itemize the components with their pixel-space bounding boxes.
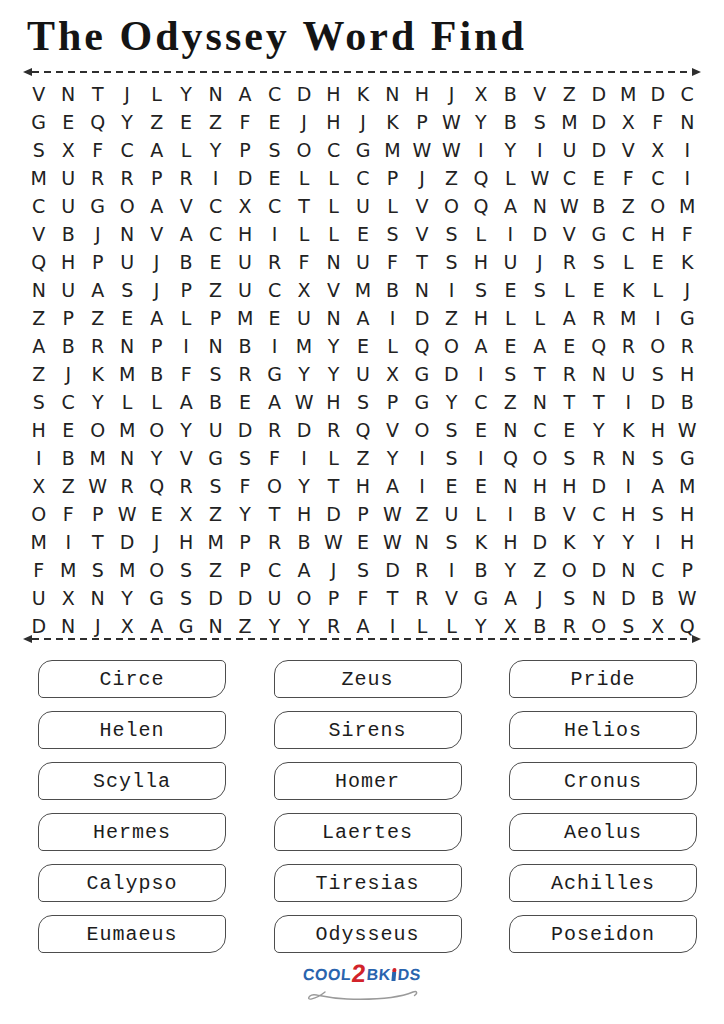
grid-cell-r5c3[interactable]: G bbox=[83, 192, 112, 220]
grid-cell-r18c5[interactable]: O bbox=[142, 556, 171, 584]
grid-cell-r5c16[interactable]: Q bbox=[466, 192, 495, 220]
grid-cell-r17c5[interactable]: J bbox=[142, 528, 171, 556]
grid-cell-r6c7[interactable]: C bbox=[201, 220, 230, 248]
grid-cell-r20c10[interactable]: Y bbox=[289, 612, 318, 640]
grid-cell-r8c6[interactable]: P bbox=[171, 276, 200, 304]
grid-cell-r18c14[interactable]: R bbox=[407, 556, 436, 584]
grid-cell-r12c2[interactable]: C bbox=[53, 388, 82, 416]
grid-cell-r18c22[interactable]: C bbox=[643, 556, 672, 584]
grid-cell-r12c21[interactable]: I bbox=[614, 388, 643, 416]
grid-cell-r16c16[interactable]: L bbox=[466, 500, 495, 528]
grid-cell-r4c11[interactable]: L bbox=[319, 164, 348, 192]
grid-cell-r19c11[interactable]: P bbox=[319, 584, 348, 612]
grid-cell-r3c3[interactable]: F bbox=[83, 136, 112, 164]
grid-cell-r17c17[interactable]: H bbox=[496, 528, 525, 556]
grid-cell-r14c1[interactable]: I bbox=[24, 444, 53, 472]
grid-cell-r6c20[interactable]: G bbox=[584, 220, 613, 248]
grid-cell-r6c12[interactable]: E bbox=[348, 220, 377, 248]
grid-cell-r15c12[interactable]: H bbox=[348, 472, 377, 500]
grid-cell-r18c10[interactable]: A bbox=[289, 556, 318, 584]
grid-cell-r2c5[interactable]: Z bbox=[142, 108, 171, 136]
grid-cell-r9c9[interactable]: E bbox=[260, 304, 289, 332]
grid-cell-r10c14[interactable]: Q bbox=[407, 332, 436, 360]
grid-cell-r14c23[interactable]: G bbox=[673, 444, 702, 472]
grid-cell-r17c23[interactable]: H bbox=[673, 528, 702, 556]
grid-cell-r19c5[interactable]: G bbox=[142, 584, 171, 612]
grid-cell-r5c13[interactable]: L bbox=[378, 192, 407, 220]
grid-cell-r16c10[interactable]: H bbox=[289, 500, 318, 528]
grid-cell-r8c11[interactable]: V bbox=[319, 276, 348, 304]
grid-cell-r16c13[interactable]: W bbox=[378, 500, 407, 528]
grid-cell-r8c16[interactable]: S bbox=[466, 276, 495, 304]
grid-cell-r7c17[interactable]: U bbox=[496, 248, 525, 276]
grid-cell-r5c17[interactable]: A bbox=[496, 192, 525, 220]
grid-cell-r13c18[interactable]: C bbox=[525, 416, 554, 444]
grid-cell-r8c7[interactable]: Z bbox=[201, 276, 230, 304]
grid-cell-r14c15[interactable]: S bbox=[437, 444, 466, 472]
grid-cell-r8c9[interactable]: C bbox=[260, 276, 289, 304]
grid-cell-r16c2[interactable]: F bbox=[53, 500, 82, 528]
grid-cell-r12c17[interactable]: Z bbox=[496, 388, 525, 416]
grid-cell-r7c3[interactable]: P bbox=[83, 248, 112, 276]
grid-cell-r19c6[interactable]: S bbox=[171, 584, 200, 612]
grid-cell-r4c16[interactable]: Q bbox=[466, 164, 495, 192]
grid-cell-r11c5[interactable]: B bbox=[142, 360, 171, 388]
grid-cell-r9c6[interactable]: L bbox=[171, 304, 200, 332]
grid-cell-r10c7[interactable]: N bbox=[201, 332, 230, 360]
grid-cell-r19c1[interactable]: U bbox=[24, 584, 53, 612]
grid-cell-r14c6[interactable]: V bbox=[171, 444, 200, 472]
grid-cell-r15c14[interactable]: I bbox=[407, 472, 436, 500]
grid-cell-r14c5[interactable]: Y bbox=[142, 444, 171, 472]
grid-cell-r5c10[interactable]: T bbox=[289, 192, 318, 220]
grid-cell-r17c7[interactable]: M bbox=[201, 528, 230, 556]
grid-cell-r9c17[interactable]: L bbox=[496, 304, 525, 332]
grid-cell-r9c21[interactable]: M bbox=[614, 304, 643, 332]
grid-cell-r3c20[interactable]: D bbox=[584, 136, 613, 164]
grid-cell-r16c15[interactable]: U bbox=[437, 500, 466, 528]
grid-cell-r6c21[interactable]: C bbox=[614, 220, 643, 248]
grid-cell-r1c15[interactable]: J bbox=[437, 80, 466, 108]
grid-cell-r11c10[interactable]: Y bbox=[289, 360, 318, 388]
grid-cell-r1c2[interactable]: N bbox=[53, 80, 82, 108]
grid-cell-r19c13[interactable]: T bbox=[378, 584, 407, 612]
grid-cell-r18c6[interactable]: S bbox=[171, 556, 200, 584]
grid-cell-r2c21[interactable]: X bbox=[614, 108, 643, 136]
grid-cell-r18c8[interactable]: P bbox=[230, 556, 259, 584]
grid-cell-r13c13[interactable]: V bbox=[378, 416, 407, 444]
grid-cell-r17c6[interactable]: H bbox=[171, 528, 200, 556]
grid-cell-r9c7[interactable]: P bbox=[201, 304, 230, 332]
grid-cell-r20c8[interactable]: Z bbox=[230, 612, 259, 640]
grid-cell-r2c4[interactable]: Y bbox=[112, 108, 141, 136]
grid-cell-r20c16[interactable]: Y bbox=[466, 612, 495, 640]
grid-cell-r12c7[interactable]: B bbox=[201, 388, 230, 416]
grid-cell-r14c3[interactable]: M bbox=[83, 444, 112, 472]
grid-cell-r2c7[interactable]: Z bbox=[201, 108, 230, 136]
grid-cell-r13c11[interactable]: R bbox=[319, 416, 348, 444]
grid-cell-r3c12[interactable]: G bbox=[348, 136, 377, 164]
grid-cell-r1c6[interactable]: Y bbox=[171, 80, 200, 108]
grid-cell-r5c21[interactable]: Z bbox=[614, 192, 643, 220]
grid-cell-r16c5[interactable]: E bbox=[142, 500, 171, 528]
grid-cell-r19c18[interactable]: J bbox=[525, 584, 554, 612]
grid-cell-r10c16[interactable]: A bbox=[466, 332, 495, 360]
grid-cell-r20c9[interactable]: Y bbox=[260, 612, 289, 640]
grid-cell-r11c19[interactable]: R bbox=[555, 360, 584, 388]
grid-cell-r17c3[interactable]: T bbox=[83, 528, 112, 556]
grid-cell-r17c4[interactable]: D bbox=[112, 528, 141, 556]
grid-cell-r14c14[interactable]: I bbox=[407, 444, 436, 472]
grid-cell-r9c5[interactable]: A bbox=[142, 304, 171, 332]
grid-cell-r1c3[interactable]: T bbox=[83, 80, 112, 108]
grid-cell-r3c15[interactable]: W bbox=[437, 136, 466, 164]
grid-cell-r8c10[interactable]: X bbox=[289, 276, 318, 304]
grid-cell-r16c4[interactable]: W bbox=[112, 500, 141, 528]
grid-cell-r10c8[interactable]: B bbox=[230, 332, 259, 360]
grid-cell-r15c2[interactable]: Z bbox=[53, 472, 82, 500]
grid-cell-r1c11[interactable]: H bbox=[319, 80, 348, 108]
grid-cell-r17c15[interactable]: S bbox=[437, 528, 466, 556]
grid-cell-r2c17[interactable]: B bbox=[496, 108, 525, 136]
grid-cell-r19c4[interactable]: Y bbox=[112, 584, 141, 612]
grid-cell-r20c5[interactable]: A bbox=[142, 612, 171, 640]
grid-cell-r10c22[interactable]: O bbox=[643, 332, 672, 360]
grid-cell-r14c4[interactable]: N bbox=[112, 444, 141, 472]
grid-cell-r11c23[interactable]: H bbox=[673, 360, 702, 388]
grid-cell-r7c7[interactable]: E bbox=[201, 248, 230, 276]
grid-cell-r1c8[interactable]: A bbox=[230, 80, 259, 108]
grid-cell-r2c13[interactable]: K bbox=[378, 108, 407, 136]
grid-cell-r3c11[interactable]: C bbox=[319, 136, 348, 164]
grid-cell-r20c20[interactable]: O bbox=[584, 612, 613, 640]
grid-cell-r19c20[interactable]: N bbox=[584, 584, 613, 612]
grid-cell-r4c10[interactable]: L bbox=[289, 164, 318, 192]
grid-cell-r9c15[interactable]: Z bbox=[437, 304, 466, 332]
grid-cell-r12c8[interactable]: E bbox=[230, 388, 259, 416]
grid-cell-r7c9[interactable]: R bbox=[260, 248, 289, 276]
grid-cell-r19c15[interactable]: V bbox=[437, 584, 466, 612]
grid-cell-r4c22[interactable]: C bbox=[643, 164, 672, 192]
grid-cell-r5c6[interactable]: V bbox=[171, 192, 200, 220]
grid-cell-r15c6[interactable]: R bbox=[171, 472, 200, 500]
grid-cell-r7c18[interactable]: J bbox=[525, 248, 554, 276]
grid-cell-r19c23[interactable]: W bbox=[673, 584, 702, 612]
grid-cell-r16c6[interactable]: X bbox=[171, 500, 200, 528]
grid-cell-r16c21[interactable]: H bbox=[614, 500, 643, 528]
grid-cell-r17c1[interactable]: M bbox=[24, 528, 53, 556]
grid-cell-r14c22[interactable]: S bbox=[643, 444, 672, 472]
grid-cell-r3c8[interactable]: P bbox=[230, 136, 259, 164]
grid-cell-r8c4[interactable]: S bbox=[112, 276, 141, 304]
grid-cell-r4c6[interactable]: R bbox=[171, 164, 200, 192]
grid-cell-r3c21[interactable]: V bbox=[614, 136, 643, 164]
grid-cell-r11c11[interactable]: Y bbox=[319, 360, 348, 388]
grid-cell-r18c3[interactable]: S bbox=[83, 556, 112, 584]
grid-cell-r6c19[interactable]: V bbox=[555, 220, 584, 248]
grid-cell-r6c4[interactable]: N bbox=[112, 220, 141, 248]
grid-cell-r8c13[interactable]: B bbox=[378, 276, 407, 304]
grid-cell-r18c1[interactable]: F bbox=[24, 556, 53, 584]
grid-cell-r11c15[interactable]: D bbox=[437, 360, 466, 388]
grid-cell-r4c14[interactable]: J bbox=[407, 164, 436, 192]
grid-cell-r3c13[interactable]: M bbox=[378, 136, 407, 164]
grid-cell-r10c19[interactable]: E bbox=[555, 332, 584, 360]
grid-cell-r9c18[interactable]: L bbox=[525, 304, 554, 332]
grid-cell-r15c15[interactable]: E bbox=[437, 472, 466, 500]
grid-cell-r8c12[interactable]: M bbox=[348, 276, 377, 304]
grid-cell-r13c16[interactable]: E bbox=[466, 416, 495, 444]
grid-cell-r1c14[interactable]: H bbox=[407, 80, 436, 108]
grid-cell-r8c22[interactable]: L bbox=[643, 276, 672, 304]
grid-cell-r20c12[interactable]: A bbox=[348, 612, 377, 640]
grid-cell-r8c1[interactable]: N bbox=[24, 276, 53, 304]
grid-cell-r8c18[interactable]: S bbox=[525, 276, 554, 304]
grid-cell-r3c10[interactable]: O bbox=[289, 136, 318, 164]
grid-cell-r13c10[interactable]: D bbox=[289, 416, 318, 444]
grid-cell-r13c6[interactable]: Y bbox=[171, 416, 200, 444]
grid-cell-r5c20[interactable]: B bbox=[584, 192, 613, 220]
grid-cell-r2c15[interactable]: W bbox=[437, 108, 466, 136]
grid-cell-r15c23[interactable]: M bbox=[673, 472, 702, 500]
grid-cell-r8c5[interactable]: J bbox=[142, 276, 171, 304]
grid-cell-r4c8[interactable]: D bbox=[230, 164, 259, 192]
grid-cell-r11c4[interactable]: M bbox=[112, 360, 141, 388]
grid-cell-r2c1[interactable]: G bbox=[24, 108, 53, 136]
grid-cell-r20c13[interactable]: I bbox=[378, 612, 407, 640]
grid-cell-r1c1[interactable]: V bbox=[24, 80, 53, 108]
grid-cell-r17c10[interactable]: B bbox=[289, 528, 318, 556]
grid-cell-r10c3[interactable]: R bbox=[83, 332, 112, 360]
grid-cell-r7c4[interactable]: U bbox=[112, 248, 141, 276]
grid-cell-r10c6[interactable]: I bbox=[171, 332, 200, 360]
grid-cell-r8c14[interactable]: N bbox=[407, 276, 436, 304]
grid-cell-r10c9[interactable]: I bbox=[260, 332, 289, 360]
grid-cell-r7c12[interactable]: U bbox=[348, 248, 377, 276]
grid-cell-r17c18[interactable]: D bbox=[525, 528, 554, 556]
grid-cell-r13c19[interactable]: E bbox=[555, 416, 584, 444]
grid-cell-r6c22[interactable]: H bbox=[643, 220, 672, 248]
grid-cell-r6c13[interactable]: S bbox=[378, 220, 407, 248]
grid-cell-r9c10[interactable]: U bbox=[289, 304, 318, 332]
grid-cell-r13c17[interactable]: N bbox=[496, 416, 525, 444]
grid-cell-r15c22[interactable]: A bbox=[643, 472, 672, 500]
grid-cell-r7c22[interactable]: E bbox=[643, 248, 672, 276]
grid-cell-r17c20[interactable]: Y bbox=[584, 528, 613, 556]
grid-cell-r16c3[interactable]: P bbox=[83, 500, 112, 528]
grid-cell-r12c12[interactable]: S bbox=[348, 388, 377, 416]
grid-cell-r9c3[interactable]: Z bbox=[83, 304, 112, 332]
grid-cell-r13c7[interactable]: U bbox=[201, 416, 230, 444]
grid-cell-r3c16[interactable]: I bbox=[466, 136, 495, 164]
grid-cell-r19c21[interactable]: D bbox=[614, 584, 643, 612]
grid-cell-r16c7[interactable]: Z bbox=[201, 500, 230, 528]
grid-cell-r8c23[interactable]: J bbox=[673, 276, 702, 304]
grid-cell-r2c3[interactable]: Q bbox=[83, 108, 112, 136]
grid-cell-r1c10[interactable]: D bbox=[289, 80, 318, 108]
grid-cell-r20c3[interactable]: J bbox=[83, 612, 112, 640]
grid-cell-r4c4[interactable]: R bbox=[112, 164, 141, 192]
grid-cell-r12c5[interactable]: L bbox=[142, 388, 171, 416]
grid-cell-r13c20[interactable]: Y bbox=[584, 416, 613, 444]
grid-cell-r12c16[interactable]: C bbox=[466, 388, 495, 416]
grid-cell-r6c1[interactable]: V bbox=[24, 220, 53, 248]
grid-cell-r15c8[interactable]: F bbox=[230, 472, 259, 500]
grid-cell-r13c2[interactable]: E bbox=[53, 416, 82, 444]
grid-cell-r11c2[interactable]: J bbox=[53, 360, 82, 388]
grid-cell-r20c7[interactable]: N bbox=[201, 612, 230, 640]
grid-cell-r15c5[interactable]: Q bbox=[142, 472, 171, 500]
grid-cell-r10c11[interactable]: Y bbox=[319, 332, 348, 360]
grid-cell-r3c23[interactable]: I bbox=[673, 136, 702, 164]
grid-cell-r7c1[interactable]: Q bbox=[24, 248, 53, 276]
grid-cell-r13c9[interactable]: R bbox=[260, 416, 289, 444]
grid-cell-r4c23[interactable]: I bbox=[673, 164, 702, 192]
grid-cell-r12c20[interactable]: T bbox=[584, 388, 613, 416]
grid-cell-r5c11[interactable]: L bbox=[319, 192, 348, 220]
grid-cell-r1c18[interactable]: V bbox=[525, 80, 554, 108]
grid-cell-r3c14[interactable]: W bbox=[407, 136, 436, 164]
grid-cell-r20c4[interactable]: X bbox=[112, 612, 141, 640]
grid-cell-r16c23[interactable]: H bbox=[673, 500, 702, 528]
grid-cell-r20c2[interactable]: N bbox=[53, 612, 82, 640]
grid-cell-r8c15[interactable]: I bbox=[437, 276, 466, 304]
grid-cell-r4c7[interactable]: I bbox=[201, 164, 230, 192]
grid-cell-r17c19[interactable]: K bbox=[555, 528, 584, 556]
grid-cell-r3c5[interactable]: A bbox=[142, 136, 171, 164]
grid-cell-r2c10[interactable]: J bbox=[289, 108, 318, 136]
grid-cell-r11c7[interactable]: S bbox=[201, 360, 230, 388]
grid-cell-r11c8[interactable]: R bbox=[230, 360, 259, 388]
grid-cell-r17c11[interactable]: W bbox=[319, 528, 348, 556]
grid-cell-r13c3[interactable]: O bbox=[83, 416, 112, 444]
grid-cell-r9c23[interactable]: G bbox=[673, 304, 702, 332]
grid-cell-r1c23[interactable]: C bbox=[673, 80, 702, 108]
grid-cell-r19c8[interactable]: D bbox=[230, 584, 259, 612]
grid-cell-r10c12[interactable]: E bbox=[348, 332, 377, 360]
grid-cell-r15c1[interactable]: X bbox=[24, 472, 53, 500]
grid-cell-r12c1[interactable]: S bbox=[24, 388, 53, 416]
grid-cell-r10c18[interactable]: A bbox=[525, 332, 554, 360]
grid-cell-r5c15[interactable]: O bbox=[437, 192, 466, 220]
grid-cell-r5c12[interactable]: U bbox=[348, 192, 377, 220]
grid-cell-r5c19[interactable]: W bbox=[555, 192, 584, 220]
grid-cell-r7c6[interactable]: B bbox=[171, 248, 200, 276]
grid-cell-r10c5[interactable]: P bbox=[142, 332, 171, 360]
grid-cell-r7c23[interactable]: K bbox=[673, 248, 702, 276]
grid-cell-r8c8[interactable]: U bbox=[230, 276, 259, 304]
grid-cell-r11c21[interactable]: U bbox=[614, 360, 643, 388]
grid-cell-r16c12[interactable]: P bbox=[348, 500, 377, 528]
grid-cell-r16c9[interactable]: T bbox=[260, 500, 289, 528]
grid-cell-r18c9[interactable]: C bbox=[260, 556, 289, 584]
grid-cell-r5c1[interactable]: C bbox=[24, 192, 53, 220]
grid-cell-r8c2[interactable]: U bbox=[53, 276, 82, 304]
grid-cell-r17c14[interactable]: N bbox=[407, 528, 436, 556]
grid-cell-r12c4[interactable]: L bbox=[112, 388, 141, 416]
grid-cell-r5c4[interactable]: O bbox=[112, 192, 141, 220]
grid-cell-r15c4[interactable]: R bbox=[112, 472, 141, 500]
grid-cell-r6c10[interactable]: L bbox=[289, 220, 318, 248]
grid-cell-r11c1[interactable]: Z bbox=[24, 360, 53, 388]
grid-cell-r13c12[interactable]: Q bbox=[348, 416, 377, 444]
grid-cell-r18c16[interactable]: B bbox=[466, 556, 495, 584]
grid-cell-r14c13[interactable]: Y bbox=[378, 444, 407, 472]
grid-cell-r3c7[interactable]: Y bbox=[201, 136, 230, 164]
grid-cell-r2c20[interactable]: D bbox=[584, 108, 613, 136]
grid-cell-r6c9[interactable]: I bbox=[260, 220, 289, 248]
grid-cell-r5c7[interactable]: C bbox=[201, 192, 230, 220]
grid-cell-r7c10[interactable]: F bbox=[289, 248, 318, 276]
grid-cell-r9c8[interactable]: M bbox=[230, 304, 259, 332]
grid-cell-r11c20[interactable]: N bbox=[584, 360, 613, 388]
grid-cell-r10c10[interactable]: M bbox=[289, 332, 318, 360]
grid-cell-r18c4[interactable]: M bbox=[112, 556, 141, 584]
grid-cell-r7c21[interactable]: L bbox=[614, 248, 643, 276]
grid-cell-r12c23[interactable]: B bbox=[673, 388, 702, 416]
grid-cell-r1c20[interactable]: D bbox=[584, 80, 613, 108]
grid-cell-r4c19[interactable]: C bbox=[555, 164, 584, 192]
grid-cell-r14c18[interactable]: O bbox=[525, 444, 554, 472]
grid-cell-r12c13[interactable]: P bbox=[378, 388, 407, 416]
grid-cell-r20c19[interactable]: R bbox=[555, 612, 584, 640]
grid-cell-r2c19[interactable]: M bbox=[555, 108, 584, 136]
grid-cell-r11c18[interactable]: T bbox=[525, 360, 554, 388]
grid-cell-r13c1[interactable]: H bbox=[24, 416, 53, 444]
grid-cell-r20c15[interactable]: L bbox=[437, 612, 466, 640]
grid-cell-r7c19[interactable]: R bbox=[555, 248, 584, 276]
grid-cell-r18c18[interactable]: Z bbox=[525, 556, 554, 584]
grid-cell-r9c4[interactable]: E bbox=[112, 304, 141, 332]
grid-cell-r1c12[interactable]: K bbox=[348, 80, 377, 108]
grid-cell-r9c12[interactable]: A bbox=[348, 304, 377, 332]
grid-cell-r19c10[interactable]: O bbox=[289, 584, 318, 612]
grid-cell-r20c11[interactable]: R bbox=[319, 612, 348, 640]
grid-cell-r3c19[interactable]: U bbox=[555, 136, 584, 164]
grid-cell-r7c15[interactable]: S bbox=[437, 248, 466, 276]
grid-cell-r16c11[interactable]: D bbox=[319, 500, 348, 528]
grid-cell-r1c17[interactable]: B bbox=[496, 80, 525, 108]
grid-cell-r11c14[interactable]: G bbox=[407, 360, 436, 388]
grid-cell-r14c11[interactable]: L bbox=[319, 444, 348, 472]
grid-cell-r13c14[interactable]: O bbox=[407, 416, 436, 444]
grid-cell-r15c10[interactable]: Y bbox=[289, 472, 318, 500]
grid-cell-r14c10[interactable]: I bbox=[289, 444, 318, 472]
grid-cell-r12c15[interactable]: Y bbox=[437, 388, 466, 416]
grid-cell-r12c22[interactable]: D bbox=[643, 388, 672, 416]
grid-cell-r1c9[interactable]: C bbox=[260, 80, 289, 108]
grid-cell-r2c16[interactable]: Y bbox=[466, 108, 495, 136]
grid-cell-r11c22[interactable]: S bbox=[643, 360, 672, 388]
grid-cell-r10c23[interactable]: R bbox=[673, 332, 702, 360]
grid-cell-r17c8[interactable]: P bbox=[230, 528, 259, 556]
grid-cell-r20c17[interactable]: X bbox=[496, 612, 525, 640]
grid-cell-r11c6[interactable]: F bbox=[171, 360, 200, 388]
grid-cell-r18c13[interactable]: D bbox=[378, 556, 407, 584]
grid-cell-r3c2[interactable]: X bbox=[53, 136, 82, 164]
grid-cell-r6c3[interactable]: J bbox=[83, 220, 112, 248]
grid-cell-r9c20[interactable]: R bbox=[584, 304, 613, 332]
grid-cell-r14c9[interactable]: F bbox=[260, 444, 289, 472]
grid-cell-r4c15[interactable]: Z bbox=[437, 164, 466, 192]
grid-cell-r6c11[interactable]: L bbox=[319, 220, 348, 248]
grid-cell-r1c19[interactable]: Z bbox=[555, 80, 584, 108]
grid-cell-r4c20[interactable]: E bbox=[584, 164, 613, 192]
grid-cell-r8c19[interactable]: L bbox=[555, 276, 584, 304]
grid-cell-r4c12[interactable]: C bbox=[348, 164, 377, 192]
grid-cell-r17c2[interactable]: I bbox=[53, 528, 82, 556]
grid-cell-r2c23[interactable]: N bbox=[673, 108, 702, 136]
